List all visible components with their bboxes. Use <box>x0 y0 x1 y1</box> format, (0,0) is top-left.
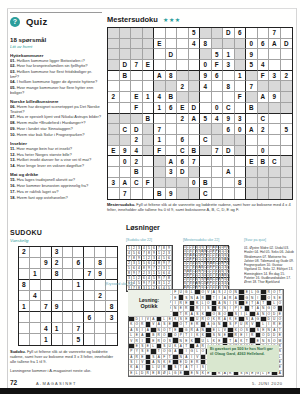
mestersudoku-cell: 1 <box>235 71 247 82</box>
sudoku-cell: 1 <box>73 280 84 291</box>
sudoku-cell[interactable] <box>30 280 41 291</box>
mestersudoku-cell[interactable] <box>235 60 247 71</box>
mestersudoku-cell[interactable] <box>177 49 189 60</box>
mestersudoku-cell: 0 <box>235 124 247 135</box>
quiz-question-number: 18. <box>10 195 17 200</box>
mestersudoku-cell[interactable] <box>166 135 178 146</box>
mestersudoku-cell[interactable] <box>281 146 293 157</box>
mestersudoku-cell[interactable] <box>120 39 132 50</box>
sudoku-cell[interactable] <box>63 280 74 291</box>
mestersudoku-cell: E <box>143 60 155 71</box>
mestersudoku-cell[interactable] <box>281 178 293 189</box>
mestersudoku-cell: 6 <box>166 103 178 114</box>
mestersudoku-cell[interactable] <box>189 49 201 60</box>
mestersudoku-cell[interactable] <box>212 156 224 167</box>
sudoku-cell[interactable] <box>106 323 117 334</box>
mestersudoku-cell[interactable] <box>166 28 178 39</box>
mestersudoku-cell[interactable] <box>269 178 281 189</box>
sudoku-cell[interactable] <box>19 291 30 302</box>
mestersudoku-cell[interactable] <box>281 188 293 199</box>
sudoku-cell[interactable] <box>84 280 95 291</box>
mestersudoku-cell[interactable] <box>212 178 224 189</box>
mestersudoku-cell[interactable] <box>131 28 143 39</box>
mestersudoku-cell[interactable] <box>143 39 155 50</box>
quiz-title: Quiz <box>26 16 47 27</box>
mestersudoku-cell: A <box>269 39 281 50</box>
sudoku-cell[interactable] <box>52 334 63 345</box>
mestersudoku-cell[interactable] <box>235 167 247 178</box>
sudoku-cell[interactable] <box>63 312 74 323</box>
mestersudoku-cell[interactable] <box>200 124 212 135</box>
quiz-question-number: 02. <box>10 63 17 68</box>
mestersudoku-cell[interactable] <box>143 167 155 178</box>
mestersudoku-cell[interactable] <box>269 188 281 199</box>
sudoku-cell: 8 <box>106 301 117 312</box>
mestersudoku-cell[interactable] <box>108 49 120 60</box>
mestersudoku-cell[interactable] <box>212 28 224 39</box>
sudoku-cell[interactable] <box>41 247 52 258</box>
sudoku-cell[interactable] <box>106 247 117 258</box>
mestersudoku-cell[interactable] <box>189 60 201 71</box>
mestersudoku-cell[interactable] <box>258 103 270 114</box>
sudoku-board[interactable]: 2392681879814217986341715 <box>18 246 118 346</box>
mestersudoku-cell: C <box>120 124 132 135</box>
mestersudoku-cell[interactable] <box>120 135 132 146</box>
sudoku-cell[interactable] <box>95 334 106 345</box>
mestersudoku-cell[interactable] <box>154 28 166 39</box>
sudoku-cell[interactable] <box>30 247 41 258</box>
mestersudoku-cell: 2 <box>131 156 143 167</box>
mestersudoku-cell: A <box>120 178 132 189</box>
mestersudoku-cell[interactable] <box>166 81 178 92</box>
sudoku-cell[interactable] <box>73 312 84 323</box>
mestersudoku-cell[interactable] <box>258 81 270 92</box>
sudoku-cell[interactable] <box>41 312 52 323</box>
mestersudoku-cell[interactable] <box>154 156 166 167</box>
mestersudoku-cell[interactable] <box>269 103 281 114</box>
mestersudoku-cell[interactable] <box>258 49 270 60</box>
mestersudoku-cell[interactable] <box>223 156 235 167</box>
mestersudoku-cell: 9 <box>166 188 178 199</box>
mestersudoku-cell[interactable] <box>131 114 143 125</box>
quiz-question: 06. Hvem har designet sceneteppet på Det… <box>10 105 102 114</box>
quiz-question: 09. Hvor i landet står Sinnataggen? <box>10 127 102 132</box>
mestersudoku-cell[interactable] <box>212 39 224 50</box>
sudoku-cell[interactable] <box>95 312 106 323</box>
mestersudoku-cell[interactable] <box>212 124 224 135</box>
mestersudoku-cell[interactable] <box>223 135 235 146</box>
quiz-question: 03. Hvilken kommune har flest fritidsbol… <box>10 70 102 79</box>
sudoku-cell[interactable] <box>95 323 106 334</box>
mestersudoku-cell[interactable] <box>235 188 247 199</box>
mestersudoku-cell[interactable] <box>235 135 247 146</box>
mestersudoku-cell: 4 <box>131 146 143 157</box>
sudoku-cell: 2 <box>95 291 106 302</box>
mestersudoku-cell[interactable] <box>108 156 120 167</box>
mestersudoku-cell: 8 <box>200 39 212 50</box>
mestersudoku-cell[interactable] <box>223 39 235 50</box>
mestersudoku-cell[interactable] <box>189 167 201 178</box>
sudoku-cell[interactable] <box>73 291 84 302</box>
mestersudoku-cell[interactable] <box>200 92 212 103</box>
mestersudoku-cell: E <box>131 92 143 103</box>
mestersudoku-cell: 6 <box>177 135 189 146</box>
mestersudoku-cell[interactable] <box>166 178 178 189</box>
mestersudoku-cell[interactable] <box>281 49 293 60</box>
mestersudoku-cell[interactable] <box>258 135 270 146</box>
mestersudoku-cell[interactable] <box>200 28 212 39</box>
mestersudoku-cell[interactable] <box>258 178 270 189</box>
mestersudoku-cell[interactable] <box>189 188 201 199</box>
sudoku-cell[interactable] <box>95 247 106 258</box>
mestersudoku-cell[interactable] <box>269 114 281 125</box>
mestersudoku-cell[interactable] <box>246 146 258 157</box>
quiz-question-number: 14. <box>10 163 17 168</box>
mestersudoku-cell[interactable] <box>246 167 258 178</box>
sudoku-solution-board: 1234567894567891237891234562315648975648… <box>126 245 173 292</box>
solution-label-mestersudoku: [Mestersudoku uke 22] <box>183 238 219 242</box>
mestersudoku-cell[interactable] <box>223 92 235 103</box>
mestersudoku-cell: F <box>131 103 143 114</box>
quiz-question: 14. Hvor lenge lever en voksen døgnflue? <box>10 164 102 169</box>
mestersudoku-cell[interactable] <box>154 81 166 92</box>
quiz-question: 18. Hvem fant opp ostehøvelen? <box>10 196 102 201</box>
mestersudoku-cell[interactable] <box>143 71 155 82</box>
mestersudoku-cell[interactable] <box>177 28 189 39</box>
crossword-winner-note: Et gavekort på 500 kr hos Norli går til … <box>207 345 279 372</box>
mestersudoku-cell[interactable] <box>223 71 235 82</box>
mestersudoku-caption-text: Fyll ut feltene slik at de vannrette og … <box>107 202 291 212</box>
sudoku-cell[interactable] <box>106 258 117 269</box>
mestersudoku-cell[interactable] <box>200 156 212 167</box>
mestersudoku-cell[interactable] <box>281 156 293 167</box>
mestersudoku-cell: 7 <box>212 146 224 157</box>
mestersudoku-cell[interactable] <box>143 156 155 167</box>
mestersudoku-cell[interactable] <box>108 81 120 92</box>
mestersudoku-cell[interactable] <box>189 81 201 92</box>
mestersudoku-cell[interactable] <box>246 188 258 199</box>
mestersudoku-cell: 4 <box>189 39 201 50</box>
mestersudoku-board[interactable]: 5D67E4806ADD519D7E0F354BA8961F3224872E14… <box>107 27 293 200</box>
sudoku-cell[interactable] <box>84 258 95 269</box>
sudoku-cell[interactable] <box>63 269 74 280</box>
mestersudoku-cell[interactable] <box>131 71 143 82</box>
mestersudoku-cell[interactable] <box>189 124 201 135</box>
sudoku-cell[interactable] <box>84 323 95 334</box>
sudoku-cell[interactable] <box>84 291 95 302</box>
mestersudoku-cell: B <box>120 71 132 82</box>
mestersudoku-cell: B <box>200 178 212 189</box>
mestersudoku-cell[interactable] <box>177 71 189 82</box>
sudoku-cell[interactable] <box>52 312 63 323</box>
mestersudoku-cell[interactable] <box>212 92 224 103</box>
mestersudoku-cell: C <box>223 103 235 114</box>
mestersudoku-cell[interactable] <box>200 49 212 60</box>
mestersudoku-cell[interactable] <box>235 103 247 114</box>
mestersudoku-cell[interactable] <box>235 156 247 167</box>
mestersudoku-cell: D <box>223 28 235 39</box>
mestersudoku-cell: A <box>154 71 166 82</box>
mestersudoku-cell[interactable] <box>246 114 258 125</box>
sudoku-cell[interactable] <box>106 291 117 302</box>
mestersudoku-cell: 3 <box>108 178 120 189</box>
mestersudoku-cell[interactable] <box>235 146 247 157</box>
mestersudoku-cell[interactable] <box>166 39 178 50</box>
mestersudoku-cell[interactable] <box>143 28 155 39</box>
mestersudoku-cell[interactable] <box>108 103 120 114</box>
mestersudoku-cell[interactable] <box>223 188 235 199</box>
mestersudoku-cell: 3 <box>235 114 247 125</box>
page-edge-left <box>7 8 8 388</box>
mestersudoku-cell[interactable] <box>177 124 189 135</box>
mestersudoku-cell: 4 <box>154 92 166 103</box>
sudoku-cell: 1 <box>19 301 30 312</box>
mestersudoku-cell[interactable] <box>108 39 120 50</box>
mestersudoku-cell[interactable] <box>108 188 120 199</box>
sudoku-cell[interactable] <box>63 258 74 269</box>
sudoku-cell[interactable] <box>30 312 41 323</box>
mestersudoku-cell[interactable] <box>189 92 201 103</box>
mestersudoku-cell: 2 <box>258 124 270 135</box>
mestersudoku-cell[interactable] <box>281 92 293 103</box>
mestersudoku-cell[interactable] <box>108 60 120 71</box>
mestersudoku-cell: 7 <box>246 81 258 92</box>
quiz-question-number: 11. <box>10 146 16 151</box>
mestersudoku-cell[interactable] <box>281 81 293 92</box>
magazine-puzzle-page: ? Quiz 18 spørsmål Litt av hvert Hytteko… <box>0 0 300 397</box>
mestersudoku-cell: C <box>177 146 189 157</box>
mestersudoku-cell[interactable] <box>269 146 281 157</box>
magazine-name: A-MAGASINET <box>36 381 77 386</box>
mestersudoku-cell: 9 <box>223 114 235 125</box>
sudoku-cell[interactable] <box>30 258 41 269</box>
mestersudoku-cell[interactable] <box>269 60 281 71</box>
mestersudoku-cell[interactable] <box>120 81 132 92</box>
mestersudoku-cell[interactable] <box>108 114 120 125</box>
mestersudoku-cell[interactable] <box>108 167 120 178</box>
mestersudoku-cell[interactable] <box>143 146 155 157</box>
sudoku-cell[interactable] <box>19 269 30 280</box>
mestersudoku-cell[interactable] <box>154 60 166 71</box>
sudoku-cell[interactable] <box>106 269 117 280</box>
mestersudoku-cell: F <box>143 178 155 189</box>
mestersudoku-cell: 5 <box>281 124 293 135</box>
mestersudoku-cell[interactable] <box>281 114 293 125</box>
quiz-question: 17. Hva er rakfisk laget av? <box>10 190 102 195</box>
mestersudoku-cell[interactable] <box>246 28 258 39</box>
sudoku-cell[interactable] <box>41 291 52 302</box>
mestersudoku-cell: E <box>246 156 258 167</box>
mestersudoku-cell[interactable] <box>108 135 120 146</box>
sudoku-cell[interactable] <box>19 334 30 345</box>
sudoku-difficulty: Vanskelig <box>10 238 28 243</box>
mestersudoku-cell[interactable] <box>281 103 293 114</box>
mestersudoku-cell[interactable] <box>177 92 189 103</box>
mestersudoku-cell: C <box>258 114 270 125</box>
mestersudoku-cell[interactable] <box>281 135 293 146</box>
mestersudoku-cell: D <box>223 146 235 157</box>
mestersudoku-cell[interactable] <box>166 60 178 71</box>
sudoku-cell[interactable] <box>30 301 41 312</box>
sudoku-cell[interactable] <box>95 301 106 312</box>
quiz-question-number: 09. <box>10 126 17 131</box>
mestersudoku-cell[interactable] <box>212 188 224 199</box>
mestersudoku-cell[interactable] <box>246 135 258 146</box>
mestersudoku-cell: 9 <box>120 146 132 157</box>
mestersudoku-cell[interactable] <box>131 39 143 50</box>
mestersudoku-cell[interactable] <box>177 60 189 71</box>
sudoku-cell[interactable] <box>41 280 52 291</box>
sudoku-cell[interactable] <box>63 291 74 302</box>
mestersudoku-cell[interactable] <box>269 135 281 146</box>
mestersudoku-cell[interactable] <box>200 103 212 114</box>
mestersudoku-cell[interactable] <box>154 49 166 60</box>
sudoku-cell[interactable] <box>63 247 74 258</box>
sudoku-cell[interactable] <box>73 301 84 312</box>
sudoku-cell[interactable] <box>30 323 41 334</box>
quiz-header: ? Quiz <box>10 16 47 27</box>
mestersudoku-cell: D <box>131 124 143 135</box>
quiz-question: 10. Hvem står bak Solur i Frognerparken? <box>10 133 102 138</box>
mestersudoku-cell[interactable] <box>235 81 247 92</box>
mestersudoku-cell: 4 <box>212 114 224 125</box>
mestersudoku-cell: E <box>108 146 120 157</box>
mestersudoku-cell[interactable] <box>281 60 293 71</box>
mestersudoku-cell[interactable] <box>246 92 258 103</box>
mestersudoku-cell[interactable] <box>258 188 270 199</box>
mestersudoku-cell[interactable] <box>235 49 247 60</box>
mestersudoku-cell[interactable] <box>246 178 258 189</box>
mestersudoku-cell[interactable] <box>235 39 247 50</box>
mestersudoku-cell[interactable] <box>120 92 132 103</box>
mestersudoku-cell[interactable] <box>120 28 132 39</box>
mestersudoku-cell[interactable] <box>212 167 224 178</box>
mestersudoku-cell[interactable] <box>269 124 281 135</box>
mestersudoku-cell: F <box>258 71 270 82</box>
mestersudoku-cell[interactable] <box>120 49 132 60</box>
mestersudoku-cell[interactable] <box>120 114 132 125</box>
mestersudoku-cell: C <box>200 188 212 199</box>
mestersudoku-cell: D <box>166 49 178 60</box>
mestersudoku-cell: 7 <box>189 156 201 167</box>
mestersudoku-cell[interactable] <box>166 124 178 135</box>
mestersudoku-cell: E <box>177 103 189 114</box>
sudoku-cell: 8 <box>52 269 63 280</box>
mestersudoku-cell[interactable] <box>177 178 189 189</box>
mestersudoku-cell[interactable] <box>120 167 132 178</box>
mestersudoku-cell: A <box>166 156 178 167</box>
sudoku-cell[interactable] <box>63 334 74 345</box>
mestersudoku-cell[interactable] <box>143 103 155 114</box>
quiz-question-number: 04. <box>10 79 17 84</box>
mestersudoku-cell: 0 <box>200 60 212 71</box>
mestersudoku-cell[interactable] <box>258 28 270 39</box>
mestersudoku-cell[interactable] <box>269 81 281 92</box>
sudoku-cell[interactable] <box>19 312 30 323</box>
mestersudoku-cell[interactable] <box>200 146 212 157</box>
mestersudoku-cell[interactable] <box>120 103 132 114</box>
mestersudoku-cell[interactable] <box>212 135 224 146</box>
quiz-question: 08. Hvem malte «Brudeferd i Hardanger»? <box>10 121 102 126</box>
sudoku-cell[interactable] <box>84 247 95 258</box>
mestersudoku-cell[interactable] <box>131 49 143 60</box>
sudoku-cell[interactable] <box>52 291 63 302</box>
mestersudoku-cell[interactable] <box>246 71 258 82</box>
sudoku-cell[interactable] <box>41 269 52 280</box>
sudoku-cell[interactable] <box>19 323 30 334</box>
sudoku-cell[interactable] <box>63 323 74 334</box>
sudoku-cell: 1 <box>41 334 52 345</box>
mestersudoku-cell: B <box>131 167 143 178</box>
mestersudoku-cell[interactable] <box>177 39 189 50</box>
mestersudoku-cell[interactable] <box>189 135 201 146</box>
mestersudoku-cell: 1 <box>154 103 166 114</box>
sudoku-cell[interactable] <box>19 258 30 269</box>
mestersudoku-cell[interactable] <box>177 188 189 199</box>
mestersudoku-cell: C <box>131 178 143 189</box>
mestersudoku-cell[interactable] <box>154 114 166 125</box>
mestersudoku-cell[interactable] <box>269 167 281 178</box>
mestersudoku-cell: E <box>154 39 166 50</box>
mestersudoku-cell[interactable] <box>154 178 166 189</box>
sudoku-solutions-note: Løsningene kommer i A-magasinet neste uk… <box>10 368 117 373</box>
mestersudoku-cell: B <box>258 156 270 167</box>
sudoku-cell[interactable] <box>106 334 117 345</box>
mestersudoku-cell[interactable] <box>131 81 143 92</box>
mestersudoku-cell[interactable] <box>166 114 178 125</box>
mestersudoku-cell: D <box>120 60 132 71</box>
mestersudoku-cell[interactable] <box>143 124 155 135</box>
mestersudoku-cell[interactable] <box>223 178 235 189</box>
mestersudoku-cell[interactable] <box>269 49 281 60</box>
crossword-solution-box: Løsning: Optikk <box>128 290 170 316</box>
sudoku-cell: 4 <box>41 323 52 334</box>
sudoku-cell[interactable] <box>73 269 84 280</box>
mestersudoku-cell[interactable] <box>108 28 120 39</box>
mestersudoku-cell[interactable] <box>281 167 293 178</box>
mestersudoku-cell: B <box>189 146 201 157</box>
mestersudoku-cell[interactable] <box>258 167 270 178</box>
sudoku-cell[interactable] <box>84 334 95 345</box>
mestersudoku-cell: F <box>212 60 224 71</box>
mestersudoku-cell[interactable] <box>200 167 212 178</box>
mestersudoku-cell[interactable] <box>143 49 155 60</box>
mestersudoku-cell[interactable] <box>154 167 166 178</box>
mestersudoku-cell: 0 <box>246 39 258 50</box>
mestersudoku-cell[interactable] <box>143 81 155 92</box>
mestersudoku-cell[interactable] <box>143 188 155 199</box>
quiz-section: ? Quiz 18 spørsmål Litt av hvert Hytteko… <box>10 12 102 228</box>
sudoku-cell[interactable] <box>73 247 84 258</box>
mestersudoku-cell[interactable] <box>281 28 293 39</box>
mestersudoku-cell: B <box>143 114 155 125</box>
mestersudoku-cell: 6 <box>177 156 189 167</box>
mestersudoku-cell: F <box>154 146 166 157</box>
sudoku-cell[interactable] <box>63 301 74 312</box>
mestersudoku-cell[interactable] <box>143 135 155 146</box>
mestersudoku-cell[interactable] <box>131 188 143 199</box>
mestersudoku-cell[interactable] <box>108 71 120 82</box>
mestersudoku-cell: 9 <box>200 71 212 82</box>
sudoku-cell[interactable] <box>52 280 63 291</box>
mestersudoku-cell[interactable] <box>212 81 224 92</box>
mestersudoku-cell[interactable] <box>108 124 120 135</box>
sudoku-cell[interactable] <box>84 301 95 312</box>
mestersudoku-cell: D <box>281 39 293 50</box>
sudoku-cell[interactable] <box>30 334 41 345</box>
mestersudoku-cell[interactable] <box>166 146 178 157</box>
mestersudoku-cell[interactable] <box>189 71 201 82</box>
